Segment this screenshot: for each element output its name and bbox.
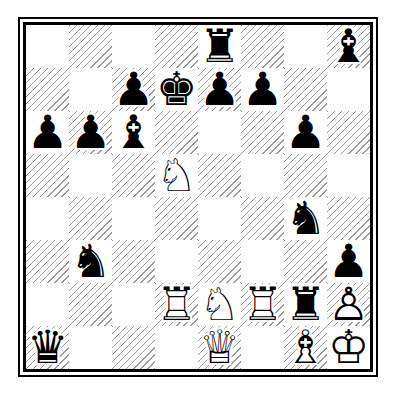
square-d2[interactable]: ♜♖ (155, 283, 198, 326)
square-b1[interactable] (69, 326, 112, 369)
diagram-page: { "game": "chess", "diagram": { "descrip… (0, 0, 396, 393)
square-c5[interactable] (112, 154, 155, 197)
piece-glyph: ♟ (198, 67, 241, 111)
black-knight-icon: ♞ (69, 240, 112, 283)
square-g6[interactable]: ♟ (284, 111, 327, 154)
piece-glyph: ♖ (241, 282, 284, 326)
square-d4[interactable] (155, 197, 198, 240)
black-knight-icon: ♞ (284, 197, 327, 240)
square-h8[interactable]: ♝ (327, 25, 370, 68)
black-pawn-icon: ♟ (26, 111, 69, 154)
square-h5[interactable] (327, 154, 370, 197)
piece-glyph: ♞ (69, 239, 112, 283)
square-c2[interactable] (112, 283, 155, 326)
black-pawn-icon: ♟ (284, 111, 327, 154)
black-king-icon: ♚ (155, 68, 198, 111)
square-e5[interactable] (198, 154, 241, 197)
square-h6[interactable] (327, 111, 370, 154)
black-bishop-icon: ♝ (112, 111, 155, 154)
square-c1[interactable] (112, 326, 155, 369)
black-pawn-icon: ♟ (241, 68, 284, 111)
chess-board: ♜♝♟♚♟♟♟♟♝♟♞♘♞♞♟♜♖♞♘♜♖♜♟♙♛♛♕♝♗♚♔ (26, 25, 370, 369)
piece-glyph: ♞ (284, 196, 327, 240)
piece-glyph: ♟ (69, 110, 112, 154)
square-b2[interactable] (69, 283, 112, 326)
piece-glyph: ♟ (284, 110, 327, 154)
black-pawn-icon: ♟ (69, 111, 112, 154)
square-g8[interactable] (284, 25, 327, 68)
piece-glyph: ♕ (198, 325, 241, 369)
square-c3[interactable] (112, 240, 155, 283)
piece-glyph: ♖ (155, 282, 198, 326)
square-a4[interactable] (26, 197, 69, 240)
square-b5[interactable] (69, 154, 112, 197)
square-a3[interactable] (26, 240, 69, 283)
white-knight-icon: ♞♘ (155, 154, 198, 197)
square-f4[interactable] (241, 197, 284, 240)
square-d1[interactable] (155, 326, 198, 369)
white-queen-icon: ♛♕ (198, 326, 241, 369)
square-f1[interactable] (241, 326, 284, 369)
board-frame: ♜♝♟♚♟♟♟♟♝♟♞♘♞♞♟♜♖♞♘♜♖♜♟♙♛♛♕♝♗♚♔ (18, 17, 378, 377)
piece-glyph: ♝ (112, 110, 155, 154)
piece-glyph: ♛ (26, 325, 69, 369)
square-d7[interactable]: ♚ (155, 68, 198, 111)
black-pawn-icon: ♟ (198, 68, 241, 111)
square-h7[interactable] (327, 68, 370, 111)
square-f7[interactable]: ♟ (241, 68, 284, 111)
square-f2[interactable]: ♜♖ (241, 283, 284, 326)
piece-glyph: ♟ (26, 110, 69, 154)
square-a6[interactable]: ♟ (26, 111, 69, 154)
square-f5[interactable] (241, 154, 284, 197)
white-bishop-icon: ♝♗ (284, 326, 327, 369)
square-c4[interactable] (112, 197, 155, 240)
white-rook-icon: ♜♖ (155, 283, 198, 326)
square-h1[interactable]: ♚♔ (327, 326, 370, 369)
piece-glyph: ♚ (155, 67, 198, 111)
black-bishop-icon: ♝ (327, 25, 370, 68)
square-b6[interactable]: ♟ (69, 111, 112, 154)
square-a5[interactable] (26, 154, 69, 197)
square-f6[interactable] (241, 111, 284, 154)
square-e7[interactable]: ♟ (198, 68, 241, 111)
square-d5[interactable]: ♞♘ (155, 154, 198, 197)
piece-glyph: ♔ (327, 325, 370, 369)
square-g4[interactable]: ♞ (284, 197, 327, 240)
black-queen-icon: ♛ (26, 326, 69, 369)
square-b8[interactable] (69, 25, 112, 68)
piece-glyph: ♝ (327, 24, 370, 68)
square-g1[interactable]: ♝♗ (284, 326, 327, 369)
piece-glyph: ♘ (155, 153, 198, 197)
square-a8[interactable] (26, 25, 69, 68)
square-e4[interactable] (198, 197, 241, 240)
piece-glyph: ♗ (284, 325, 327, 369)
square-a1[interactable]: ♛ (26, 326, 69, 369)
white-king-icon: ♚♔ (327, 326, 370, 369)
piece-glyph: ♟ (241, 67, 284, 111)
white-rook-icon: ♜♖ (241, 283, 284, 326)
board-inner-border: ♜♝♟♚♟♟♟♟♝♟♞♘♞♞♟♜♖♞♘♜♖♜♟♙♛♛♕♝♗♚♔ (23, 22, 373, 372)
square-e6[interactable] (198, 111, 241, 154)
square-e1[interactable]: ♛♕ (198, 326, 241, 369)
square-b3[interactable]: ♞ (69, 240, 112, 283)
square-c6[interactable]: ♝ (112, 111, 155, 154)
